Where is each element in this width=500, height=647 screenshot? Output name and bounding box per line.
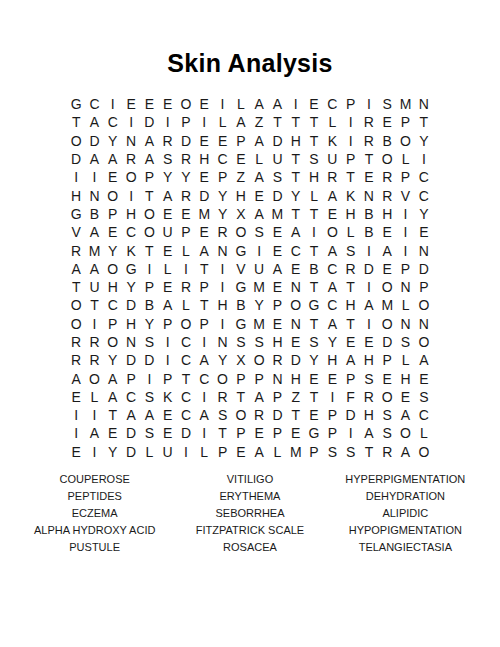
grid-cell[interactable]: E — [195, 95, 213, 113]
grid-cell[interactable]: U — [250, 260, 268, 278]
grid-cell[interactable]: L — [268, 443, 286, 461]
grid-cell[interactable]: Y — [104, 132, 122, 150]
grid-cell[interactable]: E — [67, 443, 85, 461]
grid-cell[interactable]: S — [341, 241, 359, 259]
grid-cell[interactable]: O — [378, 278, 396, 296]
grid-cell[interactable]: C — [85, 95, 103, 113]
grid-cell[interactable]: E — [268, 241, 286, 259]
grid-cell[interactable]: S — [378, 406, 396, 424]
grid-cell[interactable]: T — [104, 406, 122, 424]
grid-cell[interactable]: S — [213, 406, 231, 424]
grid-cell[interactable]: O — [104, 260, 122, 278]
grid-cell[interactable]: A — [195, 406, 213, 424]
grid-cell[interactable]: P — [415, 278, 433, 296]
grid-cell[interactable]: L — [341, 223, 359, 241]
grid-cell[interactable]: H — [287, 132, 305, 150]
grid-cell[interactable]: L — [177, 241, 195, 259]
grid-cell[interactable]: C — [323, 296, 341, 314]
grid-cell[interactable]: E — [195, 132, 213, 150]
grid-cell[interactable]: H — [67, 186, 85, 204]
grid-cell[interactable]: H — [378, 205, 396, 223]
grid-cell[interactable]: U — [323, 150, 341, 168]
grid-cell[interactable]: E — [415, 369, 433, 387]
grid-cell[interactable]: E — [415, 223, 433, 241]
grid-cell[interactable]: N — [396, 315, 414, 333]
grid-cell[interactable]: G — [232, 278, 250, 296]
grid-cell[interactable]: L — [177, 296, 195, 314]
grid-cell[interactable]: T — [341, 168, 359, 186]
grid-cell[interactable]: E — [159, 424, 177, 442]
grid-cell[interactable]: R — [213, 223, 231, 241]
grid-cell[interactable]: A — [195, 241, 213, 259]
grid-cell[interactable]: A — [140, 406, 158, 424]
grid-cell[interactable]: G — [67, 205, 85, 223]
grid-cell[interactable]: G — [305, 424, 323, 442]
grid-cell[interactable]: A — [159, 296, 177, 314]
grid-cell[interactable]: T — [140, 186, 158, 204]
grid-cell[interactable]: R — [85, 333, 103, 351]
grid-cell[interactable]: E — [159, 278, 177, 296]
grid-cell[interactable]: H — [360, 406, 378, 424]
grid-cell[interactable]: O — [67, 296, 85, 314]
grid-cell[interactable]: P — [396, 168, 414, 186]
grid-cell[interactable]: H — [396, 369, 414, 387]
grid-cell[interactable]: E — [250, 186, 268, 204]
grid-cell[interactable]: A — [250, 205, 268, 223]
grid-cell[interactable]: U — [159, 223, 177, 241]
grid-cell[interactable]: R — [268, 351, 286, 369]
grid-cell[interactable]: I — [159, 113, 177, 131]
grid-cell[interactable]: A — [268, 260, 286, 278]
grid-cell[interactable]: Y — [213, 351, 231, 369]
grid-cell[interactable]: E — [195, 223, 213, 241]
grid-cell[interactable]: P — [268, 424, 286, 442]
grid-cell[interactable]: I — [323, 388, 341, 406]
grid-cell[interactable]: C — [177, 406, 195, 424]
grid-cell[interactable]: R — [360, 388, 378, 406]
grid-cell[interactable]: O — [232, 406, 250, 424]
grid-cell[interactable]: I — [360, 241, 378, 259]
grid-cell[interactable]: I — [159, 333, 177, 351]
grid-cell[interactable]: E — [104, 223, 122, 241]
grid-cell[interactable]: A — [250, 95, 268, 113]
grid-cell[interactable]: E — [378, 260, 396, 278]
grid-cell[interactable]: Z — [232, 168, 250, 186]
grid-cell[interactable]: Y — [415, 205, 433, 223]
grid-cell[interactable]: R — [67, 351, 85, 369]
grid-cell[interactable]: R — [360, 113, 378, 131]
grid-cell[interactable]: I — [195, 333, 213, 351]
grid-cell[interactable]: P — [341, 369, 359, 387]
grid-cell[interactable]: A — [250, 168, 268, 186]
grid-cell[interactable]: I — [85, 443, 103, 461]
grid-cell[interactable]: S — [250, 333, 268, 351]
grid-cell[interactable]: I — [122, 186, 140, 204]
grid-cell[interactable]: S — [378, 95, 396, 113]
grid-cell[interactable]: L — [232, 95, 250, 113]
grid-cell[interactable]: I — [195, 113, 213, 131]
grid-cell[interactable]: O — [396, 424, 414, 442]
grid-cell[interactable]: N — [415, 95, 433, 113]
grid-cell[interactable]: I — [140, 260, 158, 278]
grid-cell[interactable]: O — [177, 95, 195, 113]
grid-cell[interactable]: Y — [122, 278, 140, 296]
grid-cell[interactable]: D — [67, 150, 85, 168]
grid-cell[interactable]: L — [159, 260, 177, 278]
grid-cell[interactable]: H — [287, 369, 305, 387]
grid-cell[interactable]: I — [67, 406, 85, 424]
grid-cell[interactable]: A — [104, 150, 122, 168]
grid-cell[interactable]: A — [140, 132, 158, 150]
grid-cell[interactable]: E — [287, 333, 305, 351]
grid-cell[interactable]: S — [232, 333, 250, 351]
grid-cell[interactable]: T — [195, 260, 213, 278]
grid-cell[interactable]: E — [287, 424, 305, 442]
grid-cell[interactable]: P — [232, 369, 250, 387]
grid-cell[interactable]: S — [396, 333, 414, 351]
grid-cell[interactable]: C — [213, 150, 231, 168]
grid-cell[interactable]: O — [378, 388, 396, 406]
grid-cell[interactable]: I — [396, 241, 414, 259]
grid-cell[interactable]: R — [360, 132, 378, 150]
grid-cell[interactable]: Y — [250, 296, 268, 314]
grid-cell[interactable]: I — [67, 424, 85, 442]
grid-cell[interactable]: P — [378, 351, 396, 369]
grid-cell[interactable]: M — [268, 205, 286, 223]
grid-cell[interactable]: L — [323, 113, 341, 131]
grid-cell[interactable]: I — [360, 315, 378, 333]
grid-cell[interactable]: E — [396, 388, 414, 406]
grid-cell[interactable]: M — [396, 95, 414, 113]
grid-cell[interactable]: O — [232, 223, 250, 241]
grid-cell[interactable]: I — [85, 168, 103, 186]
grid-cell[interactable]: P — [396, 260, 414, 278]
grid-cell[interactable]: O — [378, 315, 396, 333]
grid-cell[interactable]: L — [85, 388, 103, 406]
grid-cell[interactable]: P — [104, 315, 122, 333]
grid-cell[interactable]: T — [67, 113, 85, 131]
grid-cell[interactable]: T — [287, 168, 305, 186]
grid-cell[interactable]: O — [67, 315, 85, 333]
grid-cell[interactable]: E — [341, 333, 359, 351]
grid-cell[interactable]: O — [177, 315, 195, 333]
grid-cell[interactable]: U — [268, 150, 286, 168]
grid-cell[interactable]: D — [268, 132, 286, 150]
grid-cell[interactable]: D — [177, 132, 195, 150]
grid-cell[interactable]: S — [305, 333, 323, 351]
grid-cell[interactable]: A — [159, 186, 177, 204]
grid-cell[interactable]: L — [415, 424, 433, 442]
grid-cell[interactable]: D — [195, 186, 213, 204]
grid-cell[interactable]: E — [67, 388, 85, 406]
grid-cell[interactable]: E — [122, 95, 140, 113]
grid-cell[interactable]: O — [122, 168, 140, 186]
grid-cell[interactable]: D — [268, 186, 286, 204]
grid-cell[interactable]: S — [323, 443, 341, 461]
grid-cell[interactable]: I — [159, 351, 177, 369]
grid-cell[interactable]: P — [195, 278, 213, 296]
grid-cell[interactable]: D — [378, 333, 396, 351]
grid-cell[interactable]: N — [396, 278, 414, 296]
grid-cell[interactable]: U — [85, 278, 103, 296]
grid-cell[interactable]: N — [268, 369, 286, 387]
grid-cell[interactable]: A — [85, 223, 103, 241]
grid-cell[interactable]: R — [213, 388, 231, 406]
grid-cell[interactable]: Y — [140, 315, 158, 333]
grid-cell[interactable]: R — [159, 132, 177, 150]
grid-cell[interactable]: F — [341, 388, 359, 406]
grid-cell[interactable]: S — [378, 424, 396, 442]
grid-cell[interactable]: T — [177, 369, 195, 387]
grid-cell[interactable]: I — [122, 113, 140, 131]
grid-cell[interactable]: D — [360, 260, 378, 278]
grid-cell[interactable]: T — [360, 443, 378, 461]
grid-cell[interactable]: O — [67, 132, 85, 150]
grid-cell[interactable]: P — [268, 296, 286, 314]
grid-cell[interactable]: N — [122, 132, 140, 150]
grid-cell[interactable]: V — [232, 260, 250, 278]
grid-cell[interactable]: H — [323, 351, 341, 369]
grid-cell[interactable]: A — [140, 150, 158, 168]
grid-cell[interactable]: D — [268, 406, 286, 424]
grid-cell[interactable]: A — [323, 186, 341, 204]
grid-cell[interactable]: I — [195, 388, 213, 406]
grid-cell[interactable]: E — [159, 406, 177, 424]
grid-cell[interactable]: R — [341, 260, 359, 278]
grid-cell[interactable]: K — [323, 132, 341, 150]
grid-cell[interactable]: E — [268, 315, 286, 333]
grid-cell[interactable]: T — [287, 150, 305, 168]
grid-cell[interactable]: L — [250, 150, 268, 168]
grid-cell[interactable]: R — [85, 351, 103, 369]
grid-cell[interactable]: A — [122, 406, 140, 424]
grid-cell[interactable]: H — [268, 333, 286, 351]
grid-cell[interactable]: Y — [213, 186, 231, 204]
grid-cell[interactable]: T — [85, 296, 103, 314]
grid-cell[interactable]: I — [341, 132, 359, 150]
grid-cell[interactable]: I — [213, 278, 231, 296]
grid-cell[interactable]: A — [287, 223, 305, 241]
grid-cell[interactable]: I — [396, 223, 414, 241]
grid-cell[interactable]: G — [232, 315, 250, 333]
grid-cell[interactable]: L — [396, 150, 414, 168]
grid-cell[interactable]: I — [85, 315, 103, 333]
grid-cell[interactable]: E — [360, 168, 378, 186]
grid-cell[interactable]: S — [159, 150, 177, 168]
grid-cell[interactable]: I — [213, 315, 231, 333]
grid-cell[interactable]: A — [85, 424, 103, 442]
grid-cell[interactable]: N — [213, 333, 231, 351]
grid-cell[interactable]: B — [140, 296, 158, 314]
grid-cell[interactable]: P — [323, 424, 341, 442]
grid-cell[interactable]: Y — [104, 351, 122, 369]
grid-cell[interactable]: H — [305, 168, 323, 186]
grid-cell[interactable]: Z — [287, 388, 305, 406]
grid-cell[interactable]: D — [177, 424, 195, 442]
grid-cell[interactable]: D — [122, 424, 140, 442]
grid-cell[interactable]: Y — [213, 205, 231, 223]
grid-cell[interactable]: I — [213, 95, 231, 113]
grid-cell[interactable]: P — [140, 168, 158, 186]
grid-cell[interactable]: O — [287, 296, 305, 314]
grid-cell[interactable]: A — [415, 351, 433, 369]
grid-cell[interactable]: K — [341, 186, 359, 204]
grid-cell[interactable]: H — [122, 315, 140, 333]
grid-cell[interactable]: P — [122, 369, 140, 387]
grid-cell[interactable]: R — [177, 186, 195, 204]
grid-cell[interactable]: S — [341, 443, 359, 461]
grid-cell[interactable]: I — [213, 260, 231, 278]
grid-cell[interactable]: L — [195, 443, 213, 461]
grid-cell[interactable]: A — [67, 369, 85, 387]
grid-cell[interactable]: I — [415, 150, 433, 168]
grid-cell[interactable]: C — [323, 95, 341, 113]
grid-cell[interactable]: S — [305, 150, 323, 168]
grid-cell[interactable]: I — [195, 424, 213, 442]
grid-cell[interactable]: I — [341, 113, 359, 131]
grid-cell[interactable]: S — [360, 369, 378, 387]
grid-cell[interactable]: C — [177, 333, 195, 351]
grid-cell[interactable]: N — [287, 315, 305, 333]
grid-cell[interactable]: O — [415, 443, 433, 461]
grid-cell[interactable]: O — [415, 296, 433, 314]
grid-cell[interactable]: T — [305, 278, 323, 296]
grid-cell[interactable]: D — [287, 351, 305, 369]
grid-cell[interactable]: E — [323, 369, 341, 387]
grid-cell[interactable]: I — [67, 168, 85, 186]
grid-cell[interactable]: C — [415, 186, 433, 204]
grid-cell[interactable]: R — [67, 241, 85, 259]
grid-cell[interactable]: C — [104, 296, 122, 314]
grid-cell[interactable]: O — [85, 369, 103, 387]
grid-cell[interactable]: N — [360, 186, 378, 204]
grid-cell[interactable]: P — [268, 388, 286, 406]
grid-cell[interactable]: P — [232, 424, 250, 442]
grid-cell[interactable]: A — [250, 443, 268, 461]
grid-cell[interactable]: E — [159, 241, 177, 259]
grid-cell[interactable]: R — [378, 443, 396, 461]
grid-cell[interactable]: P — [140, 278, 158, 296]
grid-cell[interactable]: O — [140, 205, 158, 223]
grid-cell[interactable]: I — [85, 406, 103, 424]
grid-cell[interactable]: I — [140, 369, 158, 387]
grid-cell[interactable]: N — [85, 186, 103, 204]
grid-cell[interactable]: O — [104, 333, 122, 351]
grid-cell[interactable]: N — [415, 241, 433, 259]
grid-cell[interactable]: A — [360, 296, 378, 314]
grid-cell[interactable]: A — [85, 150, 103, 168]
grid-cell[interactable]: L — [305, 186, 323, 204]
grid-cell[interactable]: E — [378, 113, 396, 131]
grid-cell[interactable]: X — [232, 205, 250, 223]
grid-cell[interactable]: Y — [323, 333, 341, 351]
grid-cell[interactable]: D — [140, 113, 158, 131]
grid-cell[interactable]: T — [195, 296, 213, 314]
grid-cell[interactable]: P — [305, 443, 323, 461]
grid-cell[interactable]: D — [122, 351, 140, 369]
grid-cell[interactable]: O — [250, 351, 268, 369]
grid-cell[interactable]: R — [122, 150, 140, 168]
grid-cell[interactable]: T — [287, 205, 305, 223]
grid-cell[interactable]: N — [213, 241, 231, 259]
grid-cell[interactable]: X — [232, 351, 250, 369]
grid-cell[interactable]: O — [396, 132, 414, 150]
grid-cell[interactable]: E — [195, 168, 213, 186]
grid-cell[interactable]: K — [122, 241, 140, 259]
grid-cell[interactable]: S — [140, 424, 158, 442]
grid-cell[interactable]: T — [140, 241, 158, 259]
grid-cell[interactable]: I — [360, 95, 378, 113]
grid-cell[interactable]: A — [232, 113, 250, 131]
grid-cell[interactable]: O — [104, 186, 122, 204]
grid-cell[interactable]: Y — [159, 168, 177, 186]
grid-cell[interactable]: T — [415, 113, 433, 131]
grid-cell[interactable]: B — [305, 260, 323, 278]
grid-cell[interactable]: P — [177, 223, 195, 241]
grid-cell[interactable]: I — [250, 241, 268, 259]
grid-cell[interactable]: A — [195, 351, 213, 369]
grid-cell[interactable]: E — [268, 223, 286, 241]
grid-cell[interactable]: O — [140, 223, 158, 241]
grid-cell[interactable]: A — [323, 278, 341, 296]
grid-cell[interactable]: A — [378, 241, 396, 259]
grid-cell[interactable]: C — [323, 260, 341, 278]
grid-cell[interactable]: E — [360, 333, 378, 351]
grid-cell[interactable]: R — [177, 278, 195, 296]
grid-cell[interactable]: T — [305, 241, 323, 259]
grid-cell[interactable]: D — [415, 260, 433, 278]
grid-cell[interactable]: Y — [177, 168, 195, 186]
grid-cell[interactable]: Y — [287, 186, 305, 204]
grid-cell[interactable]: H — [195, 150, 213, 168]
grid-cell[interactable]: S — [250, 223, 268, 241]
grid-cell[interactable]: O — [323, 223, 341, 241]
grid-cell[interactable]: B — [360, 205, 378, 223]
grid-cell[interactable]: I — [177, 260, 195, 278]
grid-cell[interactable]: V — [67, 223, 85, 241]
grid-cell[interactable]: C — [177, 351, 195, 369]
grid-cell[interactable]: R — [177, 150, 195, 168]
grid-cell[interactable]: I — [287, 95, 305, 113]
grid-cell[interactable]: H — [360, 351, 378, 369]
grid-cell[interactable]: M — [378, 296, 396, 314]
grid-cell[interactable]: L — [213, 113, 231, 131]
grid-cell[interactable]: A — [323, 315, 341, 333]
grid-cell[interactable]: K — [159, 388, 177, 406]
grid-cell[interactable]: E — [232, 150, 250, 168]
grid-cell[interactable]: M — [250, 278, 268, 296]
grid-cell[interactable]: S — [140, 333, 158, 351]
grid-cell[interactable]: D — [122, 443, 140, 461]
grid-cell[interactable]: B — [360, 223, 378, 241]
grid-cell[interactable]: E — [232, 443, 250, 461]
grid-cell[interactable]: R — [378, 168, 396, 186]
grid-cell[interactable]: S — [140, 388, 158, 406]
grid-cell[interactable]: E — [159, 205, 177, 223]
grid-cell[interactable]: O — [415, 333, 433, 351]
grid-cell[interactable]: P — [159, 369, 177, 387]
grid-cell[interactable]: M — [287, 443, 305, 461]
grid-cell[interactable]: O — [213, 369, 231, 387]
grid-cell[interactable]: T — [213, 424, 231, 442]
grid-cell[interactable]: Y — [415, 132, 433, 150]
grid-cell[interactable]: P — [177, 113, 195, 131]
grid-cell[interactable]: E — [140, 95, 158, 113]
grid-cell[interactable]: T — [287, 406, 305, 424]
grid-cell[interactable]: D — [85, 132, 103, 150]
grid-cell[interactable]: P — [195, 315, 213, 333]
grid-cell[interactable]: C — [415, 406, 433, 424]
